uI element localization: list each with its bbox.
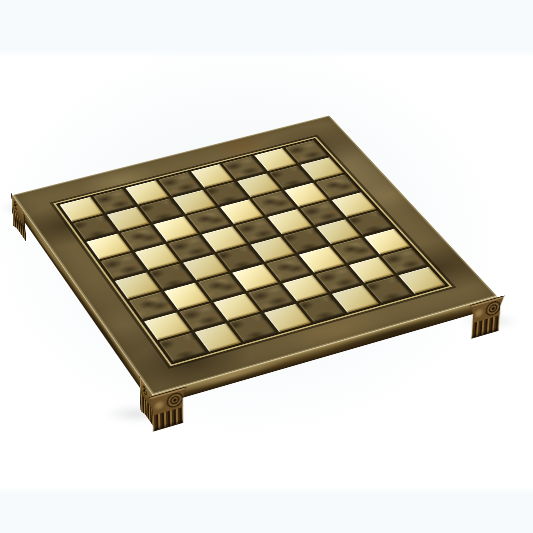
square-r7c3 <box>213 293 259 320</box>
board-frame <box>12 115 496 394</box>
square-r6c2 <box>163 282 209 309</box>
square-r8c2 <box>194 323 241 351</box>
square-r6c6 <box>298 246 343 272</box>
square-r7c5 <box>281 274 327 301</box>
square-r7c7 <box>348 256 394 282</box>
square-r7c1 <box>143 312 189 340</box>
square-r6c3 <box>198 273 244 300</box>
square-r5c4 <box>216 245 261 271</box>
square-r8c3 <box>229 313 276 341</box>
square-r8c7 <box>365 276 412 303</box>
square-r6c1 <box>129 292 175 319</box>
square-r5c1 <box>114 272 159 299</box>
square-r5c2 <box>148 263 193 290</box>
square-r5c3 <box>182 254 227 280</box>
square-r7c8 <box>381 247 427 273</box>
square-r8c8 <box>398 267 445 294</box>
square-r6c4 <box>232 264 278 291</box>
square-r4c1 <box>100 252 145 278</box>
square-r7c2 <box>178 302 224 330</box>
square-r8c6 <box>332 285 379 312</box>
square-r8c4 <box>263 304 310 332</box>
square-r4c2 <box>134 243 179 269</box>
square-r6c5 <box>265 255 311 281</box>
square-r7c4 <box>247 284 293 311</box>
square-r8c5 <box>298 294 345 322</box>
chess-board <box>12 115 496 394</box>
product-photo-stage <box>0 0 533 533</box>
square-r8c1 <box>159 333 206 362</box>
square-r7c6 <box>315 265 361 292</box>
